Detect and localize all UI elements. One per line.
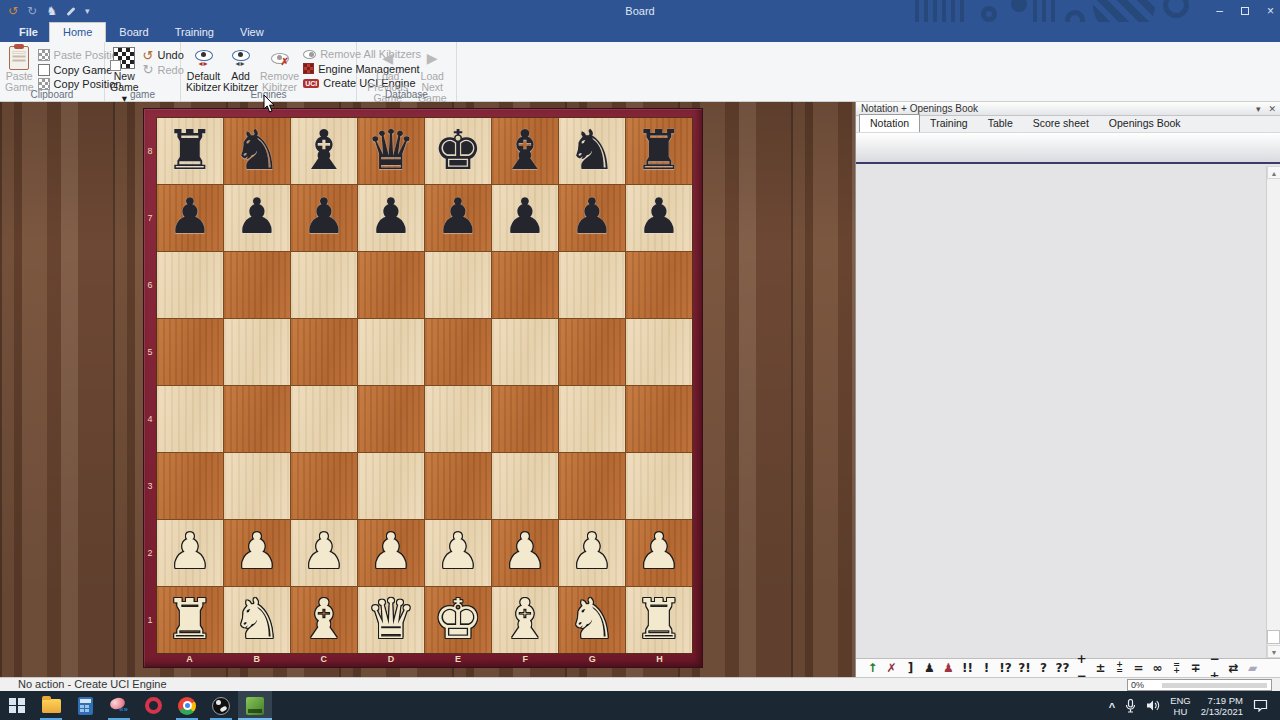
anno-black-slightly-better[interactable]: =+ [1167,660,1186,677]
white-queen[interactable]: ♛ [358,587,424,651]
square-a3[interactable] [157,453,223,519]
add-kibitzer-button[interactable]: ◂▸ Add Kibitzer [223,45,258,93]
action-center-icon[interactable] [1253,699,1268,712]
square-b5[interactable] [224,319,290,385]
anno-white-slightly-better[interactable]: += [1110,660,1129,677]
remove-kibitzer-button[interactable]: ✗ Remove Kibitzer [260,45,299,93]
square-b1[interactable]: ♞ [224,587,290,653]
square-h6[interactable] [626,252,692,318]
square-c8[interactable]: ♝ [291,118,357,184]
ribbon-group-game: New Game ▾ ↺ Undo ↻ Redo game [105,42,181,101]
eye-icon: ◂▸ [195,45,213,71]
tab-board[interactable]: Board [106,23,161,42]
white-pawn[interactable]: ♟ [224,520,290,584]
anno-black-pawn-symbol[interactable]: ♟ [920,660,939,677]
square-d4[interactable] [358,386,424,452]
square-b4[interactable] [224,386,290,452]
white-knight[interactable]: ♞ [559,587,625,651]
opera-icon [145,697,162,714]
white-knight[interactable]: ♞ [224,587,290,651]
white-bishop[interactable]: ♝ [291,587,357,651]
square-a2[interactable]: ♟ [157,520,223,586]
file-label-h: H [626,652,693,667]
engine-management-icon [303,63,314,74]
black-bishop[interactable]: ♝ [291,118,357,182]
square-g6[interactable] [559,252,625,318]
square-h5[interactable] [626,319,692,385]
status-bar: No action - Create UCI Engine 0% [0,677,1280,691]
chrome-icon [178,697,196,715]
taskbar-file-explorer[interactable] [34,691,68,720]
panel-close-icon[interactable]: ✕ [1268,102,1276,116]
square-g8[interactable]: ♞ [559,118,625,184]
clock[interactable]: 7:19 PM 2/13/2021 [1201,695,1243,717]
anno-red-pawn-symbol[interactable]: ♟ [939,660,958,677]
square-g3[interactable] [559,453,625,519]
notation-scrollbar[interactable]: ▲ ▼ [1266,166,1280,658]
square-a8[interactable]: ♜ [157,118,223,184]
maximize-button[interactable] [1241,0,1249,22]
tab-training[interactable]: Training [162,23,227,42]
square-a6[interactable] [157,252,223,318]
square-e4[interactable] [425,386,491,452]
white-pawn[interactable]: ♟ [291,520,357,584]
square-b3[interactable] [224,453,290,519]
progress-bar: 0% [1127,679,1272,691]
tab-file[interactable]: File [8,23,49,42]
black-knight[interactable]: ♞ [224,118,290,182]
square-g4[interactable] [559,386,625,452]
square-h1[interactable]: ♜ [626,587,692,653]
anno-blunder[interactable]: ?? [1053,660,1072,677]
square-d8[interactable]: ♛ [358,118,424,184]
speaker-icon[interactable] [1146,699,1160,712]
square-d5[interactable] [358,319,424,385]
notation-area[interactable] [856,166,1266,658]
status-text: No action - Create UCI Engine [18,678,167,691]
file-label-c: C [290,652,357,667]
square-b8[interactable]: ♞ [224,118,290,184]
anno-black-better[interactable]: ∓ [1186,660,1205,677]
file-label-f: F [492,652,559,667]
white-pawn[interactable]: ♟ [425,520,491,584]
panel-title: Notation + Openings Book [861,103,978,114]
start-button[interactable] [0,691,34,720]
paste-game-button[interactable]: Paste Game [5,45,34,93]
white-bishop[interactable]: ♝ [492,587,558,651]
copy-game-icon [38,64,50,76]
checkerboard-icon [113,45,135,71]
square-g1[interactable]: ♞ [559,587,625,653]
square-d7[interactable]: ♟ [358,185,424,251]
square-d3[interactable] [358,453,424,519]
tab-view[interactable]: View [227,23,277,42]
tab-home[interactable]: Home [49,22,106,42]
taskbar-obs[interactable] [204,691,238,720]
group-label-game: game [105,89,180,101]
square-e1[interactable]: ♚ [425,587,491,653]
close-button[interactable]: × [1267,0,1274,22]
square-g5[interactable] [559,319,625,385]
taskbar-chess-app[interactable]: «» [102,691,136,720]
ribbon: Paste Game Paste Position Copy Game Copy… [0,42,1280,102]
anno-bracket[interactable]: ] [901,660,920,677]
taskbar-chrome[interactable] [170,691,204,720]
black-pawn[interactable]: ♟ [492,185,558,249]
square-c2[interactable]: ♟ [291,520,357,586]
black-rook[interactable]: ♜ [626,118,692,182]
eye-x-icon: ✗ [271,45,289,71]
taskbar-chessbase-reader[interactable] [238,691,272,720]
rank-labels: 87654321 [144,117,156,654]
anno-white-better[interactable]: ± [1091,660,1110,677]
square-f2[interactable]: ♟ [492,520,558,586]
panel-tab-bar: Notation Training Table Score sheet Open… [856,116,1280,133]
square-h8[interactable]: ♜ [626,118,692,184]
anno-equal[interactable]: = [1129,660,1148,677]
black-pawn[interactable]: ♟ [626,185,692,249]
white-king[interactable]: ♚ [425,587,491,651]
titlebar-artwork [915,0,1205,22]
default-kibitzer-button[interactable]: ◂▸ Default Kibitzer [186,45,221,93]
ribbon-group-engines: ◂▸ Default Kibitzer ◂▸ Add Kibitzer ✗ Re… [181,42,357,101]
window-controls: – × [1216,0,1274,22]
board-grid: ♜♞♝♛♚♝♞♜♟♟♟♟♟♟♟♟♟♟♟♟♟♟♟♟♜♞♝♛♚♝♞♜ [156,117,693,654]
tab-notation[interactable]: Notation [859,114,920,132]
group-label-database: Database [357,89,456,101]
white-pawn[interactable]: ♟ [626,520,692,584]
clipboard-icon [9,45,29,71]
uci-icon: UCI [303,79,319,88]
square-e5[interactable] [425,319,491,385]
square-d1[interactable]: ♛ [358,587,424,653]
tray-time: 7:19 PM [1208,695,1243,706]
square-c3[interactable] [291,453,357,519]
anno-good-move[interactable]: ! [977,660,996,677]
paste-position-icon [38,49,50,61]
black-pawn[interactable]: ♟ [224,185,290,249]
anno-delete-cross[interactable]: ✗ [882,660,901,677]
undo-icon: ↺ [143,48,154,63]
square-f5[interactable] [492,319,558,385]
tab-score-sheet[interactable]: Score sheet [1023,115,1099,132]
white-pawn[interactable]: ♟ [157,520,223,584]
annotation-toolbar: ↑✗]♟♟!!!!??!???+−±+==∞=+∓−+⇄▰ [856,658,1280,677]
white-pawn[interactable]: ♟ [358,520,424,584]
black-king[interactable]: ♚ [425,118,491,182]
square-f1[interactable]: ♝ [492,587,558,653]
ribbon-tab-bar: File Home Board Training View [0,22,1280,42]
file-label-e: E [425,652,492,667]
eye-icon [303,50,316,59]
undo-button[interactable]: ↺ Undo [143,48,184,63]
square-f7[interactable]: ♟ [492,185,558,251]
square-a1[interactable]: ♜ [157,587,223,653]
square-c4[interactable] [291,386,357,452]
notation-header-strip [856,133,1280,164]
square-e7[interactable]: ♟ [425,185,491,251]
square-d2[interactable]: ♟ [358,520,424,586]
windows-logo-icon [9,698,25,714]
file-label-a: A [156,652,223,667]
square-h3[interactable] [626,453,692,519]
anno-interesting-move[interactable]: !? [996,660,1015,677]
language-indicator[interactable]: ENG HU [1170,695,1191,717]
tab-training[interactable]: Training [920,115,978,132]
tab-openings-book[interactable]: Openings Book [1099,115,1191,132]
taskbar-opera[interactable] [136,691,170,720]
rank-label-6: 6 [144,251,156,318]
chess-app-icon: «» [110,698,128,714]
redo-button[interactable]: ↻ Redo [143,63,184,78]
arrow-left-icon: ◀ [382,45,393,71]
title-bar: ↺ ↻ ♞ ▾ Board – × [0,0,1280,22]
white-pawn[interactable]: ♟ [492,520,558,584]
white-rook[interactable]: ♜ [157,587,223,651]
anno-counterplay[interactable]: ⇄ [1224,660,1243,677]
square-e8[interactable]: ♚ [425,118,491,184]
rank-label-1: 1 [144,587,156,654]
file-label-g: G [559,652,626,667]
workspace-background: 87654321 ♜♞♝♛♚♝♞♜♟♟♟♟♟♟♟♟♟♟♟♟♟♟♟♟♜♞♝♛♚♝♞… [0,102,855,677]
square-e3[interactable] [425,453,491,519]
taskbar-calculator[interactable] [68,691,102,720]
file-label-d: D [357,652,424,667]
black-rook[interactable]: ♜ [157,118,223,182]
anno-unclear[interactable]: ∞ [1148,660,1167,677]
black-bishop[interactable]: ♝ [492,118,558,182]
square-a5[interactable] [157,319,223,385]
hidden-icons-chevron[interactable]: ^ [1109,701,1115,713]
rank-label-8: 8 [144,117,156,184]
square-h7[interactable]: ♟ [626,185,692,251]
eye-icon: ◂▸ [232,45,250,71]
scroll-up-icon[interactable]: ▲ [1267,166,1280,179]
square-d6[interactable] [358,252,424,318]
rank-label-3: 3 [144,453,156,520]
square-f4[interactable] [492,386,558,452]
file-labels: ABCDEFGH [156,652,693,667]
folder-icon [42,699,61,713]
notation-panel: Notation + Openings Book ▾ ✕ Notation Tr… [855,102,1280,677]
redo-icon: ↻ [143,62,154,77]
black-queen[interactable]: ♛ [358,118,424,182]
black-pawn[interactable]: ♟ [157,185,223,249]
anno-mistake[interactable]: ? [1034,660,1053,677]
anno-arrow-up[interactable]: ↑ [863,660,882,677]
square-b2[interactable]: ♟ [224,520,290,586]
tab-table[interactable]: Table [978,115,1023,132]
file-label-b: B [223,652,290,667]
progress-track [1162,683,1267,688]
square-a7[interactable]: ♟ [157,185,223,251]
rank-label-5: 5 [144,318,156,385]
anno-very-good-move[interactable]: !! [958,660,977,677]
app-window: ↺ ↻ ♞ ▾ Board – × File Home Board Traini… [0,0,1280,720]
microphone-icon[interactable] [1125,699,1136,713]
square-h2[interactable]: ♟ [626,520,692,586]
white-rook[interactable]: ♜ [626,587,692,651]
rank-label-4: 4 [144,386,156,453]
arrow-right-icon: ▶ [427,45,438,71]
ribbon-group-database: ◀ Load Previous Game ▶ Load Next Game Da… [357,42,457,101]
group-label-clipboard: Clipboard [0,89,104,101]
progress-label: 0% [1131,680,1144,690]
obs-icon [212,697,230,715]
rank-label-7: 7 [144,184,156,251]
rank-label-2: 2 [144,520,156,587]
square-a4[interactable] [157,386,223,452]
reader-icon [246,697,264,715]
square-f6[interactable] [492,252,558,318]
chess-board: 87654321 ♜♞♝♛♚♝♞♜♟♟♟♟♟♟♟♟♟♟♟♟♟♟♟♟♜♞♝♛♚♝♞… [143,108,703,668]
anno-dubious-move[interactable]: ?! [1015,660,1034,677]
square-h4[interactable] [626,386,692,452]
anno-eraser[interactable]: ▰ [1243,660,1262,677]
white-pawn[interactable]: ♟ [559,520,625,584]
square-f8[interactable]: ♝ [492,118,558,184]
square-b6[interactable] [224,252,290,318]
square-f3[interactable] [492,453,558,519]
square-c6[interactable] [291,252,357,318]
system-tray: ^ ENG HU 7:19 PM 2/13/2021 [1109,691,1280,720]
square-b7[interactable]: ♟ [224,185,290,251]
square-c1[interactable]: ♝ [291,587,357,653]
square-c5[interactable] [291,319,357,385]
black-pawn[interactable]: ♟ [291,185,357,249]
square-e2[interactable]: ♟ [425,520,491,586]
black-pawn[interactable]: ♟ [358,185,424,249]
square-e6[interactable] [425,252,491,318]
scroll-down-icon[interactable]: ▼ [1267,645,1280,658]
black-pawn[interactable]: ♟ [425,185,491,249]
taskbar: «» ^ ENG HU 7:19 PM 2/13/2021 [0,691,1280,720]
black-pawn[interactable]: ♟ [559,185,625,249]
black-knight[interactable]: ♞ [559,118,625,182]
square-c7[interactable]: ♟ [291,185,357,251]
calculator-icon [78,697,93,715]
mouse-cursor [263,95,276,113]
square-g2[interactable]: ♟ [559,520,625,586]
scrollbar-thumb[interactable] [1267,630,1280,644]
tray-date: 2/13/2021 [1201,706,1243,717]
panel-dropdown-icon[interactable]: ▾ [1256,102,1261,116]
square-g7[interactable]: ♟ [559,185,625,251]
ribbon-group-clipboard: Paste Game Paste Position Copy Game Copy… [0,42,105,101]
minimize-button[interactable]: – [1216,0,1223,22]
